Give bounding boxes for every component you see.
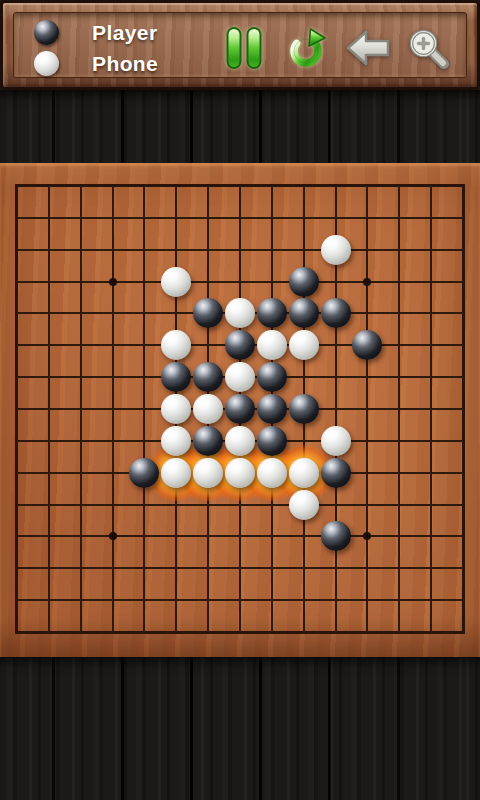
back-button[interactable] xyxy=(346,30,390,70)
black-stone xyxy=(321,458,351,488)
black-stone xyxy=(225,394,255,424)
black-stone xyxy=(129,458,159,488)
player-white-name: Phone xyxy=(92,52,158,76)
zoom-button[interactable] xyxy=(406,26,450,74)
black-stone xyxy=(321,521,351,551)
background-planks-bottom xyxy=(0,657,480,800)
black-stone xyxy=(257,394,287,424)
white-stone xyxy=(225,362,255,392)
undo-icon xyxy=(285,26,329,70)
white-stone xyxy=(225,426,255,456)
black-stone xyxy=(289,298,319,328)
white-stone xyxy=(321,426,351,456)
white-stone xyxy=(161,426,191,456)
grid-line-horizontal xyxy=(17,567,463,569)
zoom-in-icon xyxy=(406,26,450,70)
white-stone xyxy=(161,458,191,488)
black-stone xyxy=(257,426,287,456)
white-stone-icon xyxy=(34,51,59,76)
white-stone xyxy=(161,267,191,297)
white-stone xyxy=(193,394,223,424)
white-stone xyxy=(225,458,255,488)
white-stone xyxy=(289,490,319,520)
black-stone xyxy=(321,298,351,328)
black-stone xyxy=(193,426,223,456)
grid-line-horizontal xyxy=(17,535,463,537)
player-list: Player Phone xyxy=(34,17,158,79)
grid[interactable] xyxy=(17,186,463,632)
black-stone xyxy=(289,267,319,297)
white-stone xyxy=(289,458,319,488)
black-stone xyxy=(257,362,287,392)
gomoku-board[interactable] xyxy=(0,163,480,657)
toolbar-panel: Player Phone xyxy=(13,12,467,78)
star-point xyxy=(363,278,371,286)
white-stone xyxy=(289,330,319,360)
grid-line-horizontal xyxy=(17,599,463,601)
pause-button[interactable] xyxy=(226,25,262,75)
back-arrow-icon xyxy=(346,30,390,66)
grid-line-horizontal xyxy=(17,504,463,506)
grid-line-vertical xyxy=(398,186,400,632)
app-screen: Player Phone xyxy=(0,0,480,800)
black-stone xyxy=(289,394,319,424)
grid-line-vertical xyxy=(366,186,368,632)
star-point xyxy=(109,278,117,286)
background-planks-top xyxy=(0,90,480,165)
player-row-black: Player xyxy=(34,17,158,48)
black-stone-icon xyxy=(34,20,59,45)
pause-icon xyxy=(226,25,262,71)
white-stone xyxy=(257,458,287,488)
star-point xyxy=(109,532,117,540)
white-stone xyxy=(257,330,287,360)
white-stone xyxy=(321,235,351,265)
player-black-name: Player xyxy=(92,21,157,45)
player-row-white: Phone xyxy=(34,48,158,79)
grid-line-vertical xyxy=(430,186,432,632)
toolbar: Player Phone xyxy=(0,0,480,90)
white-stone xyxy=(193,458,223,488)
undo-button[interactable] xyxy=(285,26,329,74)
